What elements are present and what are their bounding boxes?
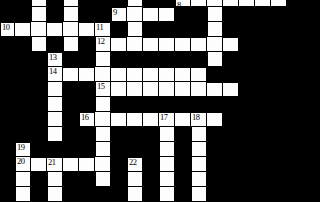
black-cell-r1-c18 [287,7,303,22]
clue-number-18: 18 [192,113,200,122]
black-cell-r4-c18 [287,52,303,67]
black-cell-r11-c7 [111,157,127,172]
cell-r11-c3[interactable]: 21 [47,157,63,172]
cell-r6-c13[interactable] [207,82,223,97]
black-cell-r9-c1 [15,127,31,142]
cell-r4-c13[interactable] [207,52,223,67]
black-cell-r1-c14 [223,7,239,22]
black-cell-r8-c17 [271,112,287,127]
black-cell-r5-c0 [0,67,15,82]
cell-r1-c2[interactable] [31,7,47,22]
cell-r3-c4[interactable] [63,37,79,52]
cell-r9-c10[interactable] [159,127,175,142]
cell-r2-c3[interactable] [47,22,63,37]
cell-r0-c12[interactable] [191,0,207,7]
black-cell-r0-c19 [303,0,319,7]
cell-r5-c4[interactable] [63,67,79,82]
cell-r5-c6[interactable] [95,67,111,82]
black-cell-r1-c12 [191,7,207,22]
black-cell-r7-c10 [159,97,175,112]
black-cell-r0-c6 [95,0,111,7]
black-cell-r1-c16 [255,7,271,22]
cell-r2-c0[interactable]: 10 [0,22,15,37]
cell-r3-c10[interactable] [159,37,175,52]
black-cell-r1-c17 [271,7,287,22]
cell-r13-c10[interactable] [159,187,175,202]
black-cell-r10-c5 [79,142,95,157]
cell-r8-c8[interactable] [127,112,143,127]
black-cell-r11-c14 [223,157,239,172]
black-cell-r7-c5 [79,97,95,112]
black-cell-r7-c13 [207,97,223,112]
black-cell-r7-c17 [271,97,287,112]
cell-r0-c13[interactable] [207,0,223,7]
black-cell-r10-c3 [47,142,63,157]
cell-r11-c5[interactable] [79,157,95,172]
black-cell-r7-c0 [0,97,15,112]
black-cell-r6-c19 [303,82,319,97]
black-cell-r13-c7 [111,187,127,202]
cell-r8-c7[interactable] [111,112,127,127]
black-cell-r10-c9 [143,142,159,157]
black-cell-r10-c19 [303,142,319,157]
cell-r1-c10[interactable] [159,7,175,22]
black-cell-r4-c12 [191,52,207,67]
black-cell-r11-c0 [0,157,15,172]
cell-r3-c6[interactable]: 12 [95,37,111,52]
black-cell-r13-c9 [143,187,159,202]
black-cell-r1-c19 [303,7,319,22]
black-cell-r12-c16 [255,172,271,187]
cell-r2-c6[interactable]: 11 [95,22,111,37]
black-cell-r8-c0 [0,112,15,127]
black-cell-r4-c19 [303,52,319,67]
cell-r11-c4[interactable] [63,157,79,172]
black-cell-r11-c13 [207,157,223,172]
cell-r9-c3[interactable] [47,127,63,142]
black-cell-r9-c11 [175,127,191,142]
black-cell-r10-c7 [111,142,127,157]
cell-r3-c2[interactable] [31,37,47,52]
black-cell-r13-c11 [175,187,191,202]
cell-r2-c5[interactable] [79,22,95,37]
black-cell-r6-c16 [255,82,271,97]
black-cell-r2-c7 [111,22,127,37]
black-cell-r8-c19 [303,112,319,127]
black-cell-r11-c18 [287,157,303,172]
cell-r13-c3[interactable] [47,187,63,202]
cell-r6-c10[interactable] [159,82,175,97]
black-cell-r9-c17 [271,127,287,142]
black-cell-r4-c7 [111,52,127,67]
black-cell-r13-c15 [239,187,255,202]
cell-r4-c6[interactable] [95,52,111,67]
black-cell-r6-c4 [63,82,79,97]
black-cell-r4-c16 [255,52,271,67]
cell-r6-c11[interactable] [175,82,191,97]
cell-r3-c8[interactable] [127,37,143,52]
black-cell-r0-c10 [159,0,175,7]
black-cell-r11-c19 [303,157,319,172]
clue-number-15: 15 [97,82,105,91]
black-cell-r4-c1 [15,52,31,67]
cell-r2-c1[interactable] [15,22,31,37]
cell-r11-c2[interactable] [31,157,47,172]
clue-number-13: 13 [49,53,57,62]
clue-number-21: 21 [48,158,56,167]
cell-r3-c13[interactable] [207,37,223,52]
black-cell-r2-c18 [287,22,303,37]
cell-r12-c3[interactable] [47,172,63,187]
cell-r9-c6[interactable] [95,127,111,142]
black-cell-r9-c8 [127,127,143,142]
black-cell-r4-c8 [127,52,143,67]
black-cell-r4-c9 [143,52,159,67]
black-cell-r3-c18 [287,37,303,52]
black-cell-r13-c0 [0,187,15,202]
cell-r5-c3[interactable]: 14 [47,67,63,82]
cell-r12-c8[interactable] [127,172,143,187]
cell-r0-c14[interactable] [223,0,239,7]
black-cell-r12-c17 [271,172,287,187]
black-cell-r3-c3 [47,37,63,52]
black-cell-r9-c14 [223,127,239,142]
black-cell-r9-c19 [303,127,319,142]
black-cell-r8-c2 [31,112,47,127]
black-cell-r5-c15 [239,67,255,82]
black-cell-r8-c18 [287,112,303,127]
cell-r5-c12[interactable] [191,67,207,82]
clue-number-14: 14 [49,67,57,76]
cell-r1-c8[interactable] [127,7,143,22]
black-cell-r12-c0 [0,172,15,187]
black-cell-r10-c13 [207,142,223,157]
black-cell-r10-c4 [63,142,79,157]
black-cell-r6-c2 [31,82,47,97]
black-cell-r8-c4 [63,112,79,127]
cell-r10-c10[interactable] [159,142,175,157]
black-cell-r7-c15 [239,97,255,112]
cell-r12-c10[interactable] [159,172,175,187]
cell-r5-c8[interactable] [127,67,143,82]
cell-r3-c12[interactable] [191,37,207,52]
black-cell-r6-c1 [15,82,31,97]
cell-r8-c10[interactable]: 17 [159,112,175,127]
black-cell-r7-c2 [31,97,47,112]
black-cell-r5-c2 [31,67,47,82]
black-cell-r8-c1 [15,112,31,127]
cell-r5-c10[interactable] [159,67,175,82]
black-cell-r10-c16 [255,142,271,157]
black-cell-r8-c14 [223,112,239,127]
black-cell-r0-c7 [111,0,127,7]
black-cell-r1-c0 [0,7,15,22]
cell-r5-c5[interactable] [79,67,95,82]
cell-r8-c11[interactable] [175,112,191,127]
cell-r12-c6[interactable] [95,172,111,187]
black-cell-r13-c6 [95,187,111,202]
black-cell-r5-c13 [207,67,223,82]
black-cell-r7-c1 [15,97,31,112]
cell-r6-c14[interactable] [223,82,239,97]
black-cell-r0-c9 [143,0,159,7]
cell-r11-c6[interactable] [95,157,111,172]
black-cell-r3-c17 [271,37,287,52]
cell-r6-c8[interactable] [127,82,143,97]
black-cell-r9-c2 [31,127,47,142]
cell-r9-c12[interactable] [191,127,207,142]
crossword-board: 8910111213141516171819202122 [0,0,319,202]
black-cell-r11-c9 [143,157,159,172]
cell-r0-c2[interactable] [31,0,47,7]
black-cell-r3-c5 [79,37,95,52]
black-cell-r13-c5 [79,187,95,202]
cell-r13-c8[interactable] [127,187,143,202]
cell-r10-c12[interactable] [191,142,207,157]
black-cell-r2-c10 [159,22,175,37]
black-cell-r7-c16 [255,97,271,112]
clue-number-9: 9 [113,8,117,17]
black-cell-r8-c15 [239,112,255,127]
cell-r2-c13[interactable] [207,22,223,37]
black-cell-r7-c8 [127,97,143,112]
black-cell-r1-c11 [175,7,191,22]
black-cell-r12-c13 [207,172,223,187]
black-cell-r2-c11 [175,22,191,37]
black-cell-r11-c11 [175,157,191,172]
black-cell-r9-c13 [207,127,223,142]
cell-r3-c9[interactable] [143,37,159,52]
cell-r6-c7[interactable] [111,82,127,97]
black-cell-r13-c19 [303,187,319,202]
black-cell-r9-c15 [239,127,255,142]
crossword-screenshot: 8910111213141516171819202122 [0,0,320,202]
cell-r1-c9[interactable] [143,7,159,22]
cell-r11-c1[interactable]: 20 [15,157,31,172]
black-cell-r9-c7 [111,127,127,142]
cell-r12-c1[interactable] [15,172,31,187]
black-cell-r0-c0 [0,0,15,7]
black-cell-r10-c18 [287,142,303,157]
black-cell-r12-c7 [111,172,127,187]
black-cell-r5-c18 [287,67,303,82]
black-cell-r12-c19 [303,172,319,187]
cell-r6-c9[interactable] [143,82,159,97]
cell-r8-c13[interactable] [207,112,223,127]
cell-r10-c1[interactable]: 19 [15,142,31,157]
clue-number-19: 19 [17,143,25,152]
cell-r3-c7[interactable] [111,37,127,52]
black-cell-r10-c15 [239,142,255,157]
black-cell-r13-c14 [223,187,239,202]
black-cell-r10-c17 [271,142,287,157]
cell-r0-c15[interactable] [239,0,255,7]
black-cell-r4-c17 [271,52,287,67]
cell-r11-c10[interactable] [159,157,175,172]
black-cell-r7-c18 [287,97,303,112]
black-cell-r8-c16 [255,112,271,127]
black-cell-r10-c8 [127,142,143,157]
black-cell-r13-c16 [255,187,271,202]
cell-r1-c4[interactable] [63,7,79,22]
cell-r4-c3[interactable]: 13 [47,52,63,67]
black-cell-r3-c16 [255,37,271,52]
black-cell-r2-c9 [143,22,159,37]
black-cell-r13-c18 [287,187,303,202]
cell-r6-c3[interactable] [47,82,63,97]
black-cell-r6-c0 [0,82,15,97]
cell-r12-c12[interactable] [191,172,207,187]
cell-r2-c8[interactable] [127,22,143,37]
cell-r0-c4[interactable] [63,0,79,7]
black-cell-r4-c5 [79,52,95,67]
black-cell-r6-c17 [271,82,287,97]
cell-r1-c7[interactable]: 9 [111,7,127,22]
black-cell-r12-c5 [79,172,95,187]
black-cell-r0-c18 [287,0,303,7]
black-cell-r9-c5 [79,127,95,142]
cell-r6-c6[interactable]: 15 [95,82,111,97]
black-cell-r1-c3 [47,7,63,22]
black-cell-r12-c9 [143,172,159,187]
black-cell-r2-c14 [223,22,239,37]
cell-r11-c8[interactable]: 22 [127,157,143,172]
black-cell-r13-c4 [63,187,79,202]
black-cell-r3-c1 [15,37,31,52]
black-cell-r4-c11 [175,52,191,67]
cell-r7-c6[interactable] [95,97,111,112]
clue-number-16: 16 [81,113,89,122]
black-cell-r10-c11 [175,142,191,157]
cell-r1-c13[interactable] [207,7,223,22]
black-cell-r7-c7 [111,97,127,112]
black-cell-r6-c15 [239,82,255,97]
black-cell-r0-c3 [47,0,63,7]
black-cell-r13-c17 [271,187,287,202]
cell-r0-c11[interactable]: 8 [175,0,191,7]
cell-r11-c12[interactable] [191,157,207,172]
clue-number-20: 20 [17,157,25,166]
black-cell-r3-c19 [303,37,319,52]
black-cell-r7-c4 [63,97,79,112]
black-cell-r3-c0 [0,37,15,52]
black-cell-r7-c11 [175,97,191,112]
cell-r5-c7[interactable] [111,67,127,82]
cell-r6-c12[interactable] [191,82,207,97]
black-cell-r5-c16 [255,67,271,82]
black-cell-r11-c17 [271,157,287,172]
black-cell-r4-c0 [0,52,15,67]
cell-r3-c11[interactable] [175,37,191,52]
cell-r8-c6[interactable] [95,112,111,127]
black-cell-r7-c19 [303,97,319,112]
black-cell-r6-c18 [287,82,303,97]
black-cell-r5-c14 [223,67,239,82]
black-cell-r5-c19 [303,67,319,82]
black-cell-r12-c4 [63,172,79,187]
black-cell-r6-c5 [79,82,95,97]
cell-r2-c2[interactable] [31,22,47,37]
cell-r8-c12[interactable]: 18 [191,112,207,127]
black-cell-r4-c2 [31,52,47,67]
cell-r10-c6[interactable] [95,142,111,157]
black-cell-r9-c18 [287,127,303,142]
black-cell-r4-c15 [239,52,255,67]
cell-r2-c4[interactable] [63,22,79,37]
black-cell-r0-c5 [79,0,95,7]
black-cell-r0-c1 [15,0,31,7]
clue-number-10: 10 [2,23,10,32]
black-cell-r12-c2 [31,172,47,187]
black-cell-r2-c17 [271,22,287,37]
black-cell-r12-c14 [223,172,239,187]
cell-r7-c3[interactable] [47,97,63,112]
cell-r13-c1[interactable] [15,187,31,202]
black-cell-r4-c10 [159,52,175,67]
cell-r0-c8[interactable] [127,0,143,7]
cell-r8-c9[interactable] [143,112,159,127]
black-cell-r11-c16 [255,157,271,172]
black-cell-r2-c19 [303,22,319,37]
black-cell-r10-c2 [31,142,47,157]
black-cell-r13-c2 [31,187,47,202]
black-cell-r2-c15 [239,22,255,37]
black-cell-r7-c12 [191,97,207,112]
black-cell-r11-c15 [239,157,255,172]
black-cell-r4-c14 [223,52,239,67]
black-cell-r12-c11 [175,172,191,187]
clue-number-12: 12 [97,37,105,46]
black-cell-r5-c1 [15,67,31,82]
black-cell-r9-c9 [143,127,159,142]
black-cell-r7-c14 [223,97,239,112]
black-cell-r9-c0 [0,127,15,142]
black-cell-r9-c4 [63,127,79,142]
cell-r3-c14[interactable] [223,37,239,52]
cell-r8-c5[interactable]: 16 [79,112,95,127]
black-cell-r7-c9 [143,97,159,112]
black-cell-r5-c17 [271,67,287,82]
black-cell-r12-c18 [287,172,303,187]
cell-r8-c3[interactable] [47,112,63,127]
cell-r0-c17[interactable] [271,0,287,7]
cell-r0-c16[interactable] [255,0,271,7]
cell-r5-c9[interactable] [143,67,159,82]
black-cell-r1-c1 [15,7,31,22]
black-cell-r1-c6 [95,7,111,22]
clue-number-22: 22 [129,158,137,167]
clue-number-11: 11 [96,23,103,32]
black-cell-r1-c5 [79,7,95,22]
black-cell-r2-c16 [255,22,271,37]
cell-r13-c12[interactable] [191,187,207,202]
black-cell-r3-c15 [239,37,255,52]
black-cell-r13-c13 [207,187,223,202]
cell-r5-c11[interactable] [175,67,191,82]
black-cell-r2-c12 [191,22,207,37]
black-cell-r4-c4 [63,52,79,67]
black-cell-r9-c16 [255,127,271,142]
black-cell-r10-c14 [223,142,239,157]
black-cell-r1-c15 [239,7,255,22]
black-cell-r10-c0 [0,142,15,157]
black-cell-r12-c15 [239,172,255,187]
clue-number-17: 17 [160,113,168,122]
